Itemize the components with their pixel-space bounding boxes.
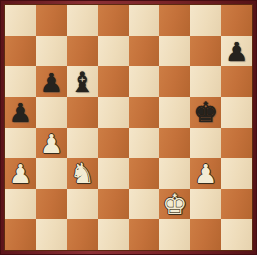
piece-white-knight: ♞	[70, 158, 95, 188]
square-g5[interactable]: ♚	[190, 97, 221, 128]
square-b6[interactable]: ♟	[36, 66, 67, 97]
square-h7[interactable]: ♟	[221, 36, 252, 67]
square-f1[interactable]	[159, 219, 190, 250]
piece-black-pawn: ♟	[225, 37, 248, 65]
square-c4[interactable]	[67, 128, 98, 159]
square-b7[interactable]	[36, 36, 67, 67]
square-h1[interactable]	[221, 219, 252, 250]
piece-black-pawn: ♟	[40, 68, 63, 96]
piece-white-pawn: ♟	[194, 159, 217, 187]
board-frame: ♟♟♝♟♚♟♟♞♟♚	[0, 0, 257, 255]
square-f6[interactable]	[159, 66, 190, 97]
square-a8[interactable]	[5, 5, 36, 36]
square-b3[interactable]	[36, 158, 67, 189]
square-h6[interactable]	[221, 66, 252, 97]
square-f2[interactable]: ♚	[159, 189, 190, 220]
square-f5[interactable]	[159, 97, 190, 128]
square-d4[interactable]	[98, 128, 129, 159]
square-a2[interactable]	[5, 189, 36, 220]
square-d3[interactable]	[98, 158, 129, 189]
square-f4[interactable]	[159, 128, 190, 159]
square-e2[interactable]	[129, 189, 160, 220]
square-e5[interactable]	[129, 97, 160, 128]
piece-white-pawn: ♟	[9, 159, 32, 187]
chess-board: ♟♟♝♟♚♟♟♞♟♚	[5, 5, 252, 250]
square-d6[interactable]	[98, 66, 129, 97]
square-h8[interactable]	[221, 5, 252, 36]
square-g1[interactable]	[190, 219, 221, 250]
square-c7[interactable]	[67, 36, 98, 67]
square-c3[interactable]: ♞	[67, 158, 98, 189]
square-d1[interactable]	[98, 219, 129, 250]
square-b1[interactable]	[36, 219, 67, 250]
square-d5[interactable]	[98, 97, 129, 128]
square-b2[interactable]	[36, 189, 67, 220]
square-g4[interactable]	[190, 128, 221, 159]
square-d8[interactable]	[98, 5, 129, 36]
square-e1[interactable]	[129, 219, 160, 250]
piece-white-king: ♚	[162, 189, 187, 219]
square-f7[interactable]	[159, 36, 190, 67]
square-b8[interactable]	[36, 5, 67, 36]
square-a1[interactable]	[5, 219, 36, 250]
piece-white-pawn: ♟	[40, 129, 63, 157]
square-e4[interactable]	[129, 128, 160, 159]
square-e6[interactable]	[129, 66, 160, 97]
square-c5[interactable]	[67, 97, 98, 128]
square-h2[interactable]	[221, 189, 252, 220]
square-h3[interactable]	[221, 158, 252, 189]
square-c6[interactable]: ♝	[67, 66, 98, 97]
square-a5[interactable]: ♟	[5, 97, 36, 128]
square-g2[interactable]	[190, 189, 221, 220]
square-b4[interactable]: ♟	[36, 128, 67, 159]
square-d7[interactable]	[98, 36, 129, 67]
square-c1[interactable]	[67, 219, 98, 250]
piece-black-bishop: ♝	[70, 67, 95, 97]
square-c2[interactable]	[67, 189, 98, 220]
piece-black-pawn: ♟	[9, 98, 32, 126]
piece-black-king: ♚	[193, 97, 218, 127]
square-a6[interactable]	[5, 66, 36, 97]
square-f8[interactable]	[159, 5, 190, 36]
square-b5[interactable]	[36, 97, 67, 128]
square-a3[interactable]: ♟	[5, 158, 36, 189]
square-g8[interactable]	[190, 5, 221, 36]
square-h5[interactable]	[221, 97, 252, 128]
square-f3[interactable]	[159, 158, 190, 189]
square-g6[interactable]	[190, 66, 221, 97]
square-d2[interactable]	[98, 189, 129, 220]
square-h4[interactable]	[221, 128, 252, 159]
square-g7[interactable]	[190, 36, 221, 67]
square-e7[interactable]	[129, 36, 160, 67]
square-a7[interactable]	[5, 36, 36, 67]
square-c8[interactable]	[67, 5, 98, 36]
square-g3[interactable]: ♟	[190, 158, 221, 189]
square-a4[interactable]	[5, 128, 36, 159]
square-e3[interactable]	[129, 158, 160, 189]
square-e8[interactable]	[129, 5, 160, 36]
